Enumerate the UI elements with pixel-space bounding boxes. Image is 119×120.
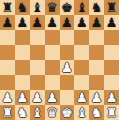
square-e7[interactable]: ♟ <box>60 15 75 30</box>
square-e1[interactable]: ♚ <box>60 105 75 120</box>
white-pawn-a2[interactable]: ♟ <box>2 90 14 105</box>
black-bishop-f8[interactable]: ♝ <box>76 0 88 15</box>
black-pawn-h7[interactable]: ♟ <box>106 15 118 30</box>
square-f3[interactable] <box>74 75 89 90</box>
square-b4[interactable] <box>15 60 30 75</box>
square-a3[interactable] <box>0 75 15 90</box>
black-pawn-e7[interactable]: ♟ <box>61 15 73 30</box>
square-f4[interactable] <box>74 60 89 75</box>
white-pawn-e4[interactable]: ♟ <box>61 60 73 75</box>
square-g7[interactable]: ♟ <box>89 15 104 30</box>
black-knight-b8[interactable]: ♞ <box>16 0 28 15</box>
white-pawn-h2[interactable]: ♟ <box>106 90 118 105</box>
square-h7[interactable]: ♟ <box>104 15 119 30</box>
white-queen-d1[interactable]: ♛ <box>46 105 58 120</box>
square-c5[interactable] <box>30 45 45 60</box>
square-g4[interactable] <box>89 60 104 75</box>
square-d5[interactable] <box>45 45 60 60</box>
square-a6[interactable] <box>0 30 15 45</box>
square-d1[interactable]: ♛ <box>45 105 60 120</box>
square-a2[interactable]: ♟ <box>0 90 15 105</box>
black-pawn-c7[interactable]: ♟ <box>31 15 43 30</box>
black-rook-a8[interactable]: ♜ <box>2 0 14 15</box>
white-rook-h1[interactable]: ♜ <box>106 105 118 120</box>
square-f8[interactable]: ♝ <box>74 0 89 15</box>
square-d6[interactable] <box>45 30 60 45</box>
square-a5[interactable] <box>0 45 15 60</box>
square-c2[interactable]: ♟ <box>30 90 45 105</box>
square-h5[interactable] <box>104 45 119 60</box>
square-c4[interactable] <box>30 60 45 75</box>
square-a7[interactable]: ♟ <box>0 15 15 30</box>
chess-board: ♜♞♝♛♚♝♞♜♟♟♟♟♟♟♟♟♟♟♟♟♟♟♟♟♜♞♝♛♚♝♞♜ <box>0 0 119 120</box>
square-e5[interactable] <box>60 45 75 60</box>
square-g5[interactable] <box>89 45 104 60</box>
square-c7[interactable]: ♟ <box>30 15 45 30</box>
square-b8[interactable]: ♞ <box>15 0 30 15</box>
square-f7[interactable]: ♟ <box>74 15 89 30</box>
square-h8[interactable]: ♜ <box>104 0 119 15</box>
square-e4[interactable]: ♟ <box>60 60 75 75</box>
white-pawn-f2[interactable]: ♟ <box>76 90 88 105</box>
square-c8[interactable]: ♝ <box>30 0 45 15</box>
square-g1[interactable]: ♞ <box>89 105 104 120</box>
square-d2[interactable]: ♟ <box>45 90 60 105</box>
white-pawn-c2[interactable]: ♟ <box>31 90 43 105</box>
white-king-e1[interactable]: ♚ <box>61 105 73 120</box>
white-pawn-g2[interactable]: ♟ <box>91 90 103 105</box>
square-e8[interactable]: ♚ <box>60 0 75 15</box>
black-pawn-f7[interactable]: ♟ <box>76 15 88 30</box>
square-b7[interactable]: ♟ <box>15 15 30 30</box>
black-knight-g8[interactable]: ♞ <box>91 0 103 15</box>
white-bishop-c1[interactable]: ♝ <box>31 105 43 120</box>
square-e6[interactable] <box>60 30 75 45</box>
black-king-e8[interactable]: ♚ <box>61 0 73 15</box>
square-d7[interactable]: ♟ <box>45 15 60 30</box>
square-b5[interactable] <box>15 45 30 60</box>
square-b2[interactable]: ♟ <box>15 90 30 105</box>
black-queen-d8[interactable]: ♛ <box>46 0 58 15</box>
square-g6[interactable] <box>89 30 104 45</box>
square-c1[interactable]: ♝ <box>30 105 45 120</box>
square-h4[interactable] <box>104 60 119 75</box>
white-knight-g1[interactable]: ♞ <box>91 105 103 120</box>
black-pawn-a7[interactable]: ♟ <box>2 15 14 30</box>
black-bishop-c8[interactable]: ♝ <box>31 0 43 15</box>
square-h6[interactable] <box>104 30 119 45</box>
square-h3[interactable] <box>104 75 119 90</box>
square-h2[interactable]: ♟ <box>104 90 119 105</box>
white-rook-a1[interactable]: ♜ <box>2 105 14 120</box>
square-f6[interactable] <box>74 30 89 45</box>
white-pawn-b2[interactable]: ♟ <box>16 90 28 105</box>
square-f2[interactable]: ♟ <box>74 90 89 105</box>
square-c6[interactable] <box>30 30 45 45</box>
square-a8[interactable]: ♜ <box>0 0 15 15</box>
square-d8[interactable]: ♛ <box>45 0 60 15</box>
square-b3[interactable] <box>15 75 30 90</box>
black-pawn-b7[interactable]: ♟ <box>16 15 28 30</box>
white-knight-b1[interactable]: ♞ <box>16 105 28 120</box>
square-d4[interactable] <box>45 60 60 75</box>
square-a1[interactable]: ♜ <box>0 105 15 120</box>
square-b6[interactable] <box>15 30 30 45</box>
black-rook-h8[interactable]: ♜ <box>106 0 118 15</box>
square-e3[interactable] <box>60 75 75 90</box>
square-e2[interactable] <box>60 90 75 105</box>
square-a4[interactable] <box>0 60 15 75</box>
white-pawn-d2[interactable]: ♟ <box>46 90 58 105</box>
square-g8[interactable]: ♞ <box>89 0 104 15</box>
square-c3[interactable] <box>30 75 45 90</box>
square-f5[interactable] <box>74 45 89 60</box>
square-b1[interactable]: ♞ <box>15 105 30 120</box>
square-g3[interactable] <box>89 75 104 90</box>
square-d3[interactable] <box>45 75 60 90</box>
square-g2[interactable]: ♟ <box>89 90 104 105</box>
black-pawn-g7[interactable]: ♟ <box>91 15 103 30</box>
white-bishop-f1[interactable]: ♝ <box>76 105 88 120</box>
black-pawn-d7[interactable]: ♟ <box>46 15 58 30</box>
square-h1[interactable]: ♜ <box>104 105 119 120</box>
square-f1[interactable]: ♝ <box>74 105 89 120</box>
